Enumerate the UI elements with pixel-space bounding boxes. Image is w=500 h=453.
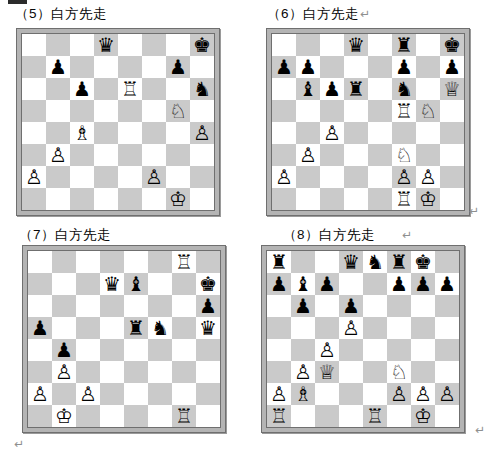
square-b8 (296, 34, 320, 56)
square-d4 (100, 339, 124, 361)
square-g3 (172, 361, 196, 383)
square-b5 (291, 317, 315, 339)
square-g4 (172, 339, 196, 361)
square-c7 (320, 56, 344, 78)
square-a7 (28, 273, 52, 295)
square-d8: ♛ (339, 251, 363, 273)
white-pawn: ♙ (390, 383, 408, 405)
square-g2 (172, 383, 196, 405)
square-d8 (100, 251, 124, 273)
square-c1 (76, 405, 100, 427)
square-b8 (52, 251, 76, 273)
square-h7: ♚ (196, 273, 220, 295)
square-d5 (100, 317, 124, 339)
black-queen: ♛ (342, 251, 360, 273)
square-f7: ♟ (392, 56, 416, 78)
square-e3 (363, 361, 387, 383)
square-g7: ♟ (411, 273, 435, 295)
square-g5: ♘ (416, 100, 440, 122)
black-knight: ♞ (193, 78, 211, 100)
square-f4 (148, 339, 172, 361)
clipped-content-bar (8, 0, 27, 4)
black-pawn: ♟ (438, 273, 456, 295)
square-c5 (320, 100, 344, 122)
black-queen: ♛ (347, 34, 365, 56)
square-f6 (387, 295, 411, 317)
square-a8 (28, 251, 52, 273)
square-e6 (363, 295, 387, 317)
black-bishop: ♝ (294, 273, 312, 295)
square-f1 (148, 405, 172, 427)
square-a1 (22, 188, 46, 210)
square-c7: ♟ (315, 273, 339, 295)
square-c2: ♙ (76, 383, 100, 405)
black-king: ♚ (443, 34, 461, 56)
square-a6 (28, 295, 52, 317)
square-a3 (28, 361, 52, 383)
square-g8 (166, 34, 190, 56)
black-pawn: ♟ (323, 78, 341, 100)
square-a7: ♟ (267, 273, 291, 295)
square-c2 (315, 383, 339, 405)
diagram-8-label: （8）白方先走 (283, 226, 375, 244)
black-pawn: ♟ (270, 273, 288, 295)
square-d2 (344, 166, 368, 188)
black-knight: ♞ (395, 78, 413, 100)
square-f2: ♙ (387, 383, 411, 405)
square-d1 (94, 188, 118, 210)
square-d3 (344, 144, 368, 166)
square-f8: ♜ (387, 251, 411, 273)
square-b6: ♟ (291, 295, 315, 317)
paragraph-mark: ↵ (402, 228, 412, 242)
square-d3 (339, 361, 363, 383)
black-rook: ♜ (347, 78, 365, 100)
square-d6 (94, 78, 118, 100)
square-a5 (272, 100, 296, 122)
black-knight: ♞ (366, 251, 384, 273)
square-h3 (196, 361, 220, 383)
square-f4 (387, 339, 411, 361)
white-knight: ♘ (419, 100, 437, 122)
square-c6 (76, 295, 100, 317)
square-b7: ♟ (296, 56, 320, 78)
square-e6 (368, 78, 392, 100)
black-pawn: ♟ (49, 56, 67, 78)
square-h4 (440, 122, 464, 144)
square-h2 (196, 383, 220, 405)
square-d8: ♛ (94, 34, 118, 56)
square-c7 (70, 56, 94, 78)
white-pawn: ♙ (193, 122, 211, 144)
paragraph-mark: ↵ (14, 437, 24, 451)
square-d7 (94, 56, 118, 78)
white-pawn: ♙ (145, 166, 163, 188)
square-d7: ♛ (100, 273, 124, 295)
square-e2 (368, 166, 392, 188)
square-h1 (435, 405, 459, 427)
white-pawn: ♙ (79, 383, 97, 405)
square-e4 (368, 122, 392, 144)
square-b2 (296, 166, 320, 188)
square-f3 (148, 361, 172, 383)
paragraph-mark: ↵ (360, 7, 370, 21)
square-f3: ♘ (392, 144, 416, 166)
square-a6 (22, 78, 46, 100)
square-d5 (94, 100, 118, 122)
square-e6 (124, 295, 148, 317)
square-h7: ♟ (440, 56, 464, 78)
square-d1 (344, 188, 368, 210)
square-e7 (363, 273, 387, 295)
square-b8 (291, 251, 315, 273)
square-c2 (320, 166, 344, 188)
square-b2: ♗ (291, 383, 315, 405)
white-pawn: ♙ (414, 383, 432, 405)
square-b1 (296, 188, 320, 210)
square-a4 (272, 122, 296, 144)
black-pawn: ♟ (55, 339, 73, 361)
white-rook: ♖ (366, 405, 384, 427)
square-h8: ♚ (440, 34, 464, 56)
square-g6 (172, 295, 196, 317)
square-e6: ♖ (118, 78, 142, 100)
square-g7: ♟ (166, 56, 190, 78)
diagram-7-label: （7）白方先走 (19, 226, 111, 244)
square-f6 (148, 295, 172, 317)
square-a1: ♖ (267, 405, 291, 427)
square-f8 (142, 34, 166, 56)
square-f2: ♙ (142, 166, 166, 188)
square-a3 (267, 361, 291, 383)
square-c4: ♗ (70, 122, 94, 144)
square-h6 (435, 295, 459, 317)
square-e8 (124, 251, 148, 273)
white-king: ♔ (419, 188, 437, 210)
square-a1 (28, 405, 52, 427)
square-f6 (142, 78, 166, 100)
black-pawn: ♟ (199, 295, 217, 317)
square-b3: ♙ (296, 144, 320, 166)
square-g5: ♘ (166, 100, 190, 122)
square-h5: ♛ (196, 317, 220, 339)
square-g6 (416, 78, 440, 100)
square-f2 (148, 383, 172, 405)
white-king: ♔ (169, 188, 187, 210)
square-h3 (440, 144, 464, 166)
square-c5 (315, 317, 339, 339)
paragraph-mark: ↵ (475, 423, 485, 437)
square-b1 (291, 405, 315, 427)
square-b4: ♟ (52, 339, 76, 361)
chess-board-6: ♛♜♚♟♟♟♟♝♟♜♞♕♖♘♙♙♘♙♙♙♖♔ (266, 28, 470, 216)
square-b1: ♔ (52, 405, 76, 427)
black-rook: ♜ (390, 251, 408, 273)
square-b8 (46, 34, 70, 56)
square-e1: ♖ (363, 405, 387, 427)
square-c7 (76, 273, 100, 295)
square-h5 (435, 317, 459, 339)
square-h7: ♟ (435, 273, 459, 295)
diagram-5-label: （5）白方先走 (15, 5, 107, 23)
square-c4 (76, 339, 100, 361)
square-d7 (344, 56, 368, 78)
white-pawn: ♙ (323, 122, 341, 144)
square-a2: ♙ (267, 383, 291, 405)
white-knight: ♘ (390, 361, 408, 383)
square-a7: ♟ (272, 56, 296, 78)
square-e2 (118, 166, 142, 188)
square-h3 (190, 144, 214, 166)
square-c2 (70, 166, 94, 188)
square-c4: ♙ (315, 339, 339, 361)
square-h6: ♞ (190, 78, 214, 100)
square-g5 (172, 317, 196, 339)
square-g3 (411, 361, 435, 383)
square-e5 (363, 317, 387, 339)
chess-board-5: ♛♚♟♟♟♖♞♘♗♙♙♙♙♔ (16, 28, 220, 216)
square-d5: ♙ (339, 317, 363, 339)
square-h6: ♟ (196, 295, 220, 317)
square-f5 (142, 100, 166, 122)
square-f3: ♘ (387, 361, 411, 383)
white-pawn: ♙ (25, 166, 43, 188)
square-h1 (440, 188, 464, 210)
square-g3 (416, 144, 440, 166)
square-f8 (148, 251, 172, 273)
square-g1: ♖ (172, 405, 196, 427)
square-c1 (320, 188, 344, 210)
square-g7 (416, 56, 440, 78)
square-f1 (387, 405, 411, 427)
black-pawn: ♟ (275, 56, 293, 78)
black-bishop: ♝ (299, 78, 317, 100)
square-c5 (76, 317, 100, 339)
square-e1 (368, 188, 392, 210)
black-pawn: ♟ (31, 317, 49, 339)
square-e4 (363, 339, 387, 361)
square-g4 (411, 339, 435, 361)
square-d1 (339, 405, 363, 427)
square-c1 (315, 405, 339, 427)
square-c1 (70, 188, 94, 210)
white-pawn: ♙ (395, 166, 413, 188)
square-b6: ♝ (296, 78, 320, 100)
square-c3: ♕ (315, 361, 339, 383)
square-h1 (196, 405, 220, 427)
square-h8 (196, 251, 220, 273)
square-b6 (46, 78, 70, 100)
square-g8: ♖ (172, 251, 196, 273)
square-g6 (411, 295, 435, 317)
square-a2: ♙ (272, 166, 296, 188)
square-a2: ♙ (28, 383, 52, 405)
square-d1 (100, 405, 124, 427)
square-h4 (196, 339, 220, 361)
square-f1 (142, 188, 166, 210)
white-rook: ♖ (395, 188, 413, 210)
square-g4 (416, 122, 440, 144)
square-b4 (46, 122, 70, 144)
square-a8 (272, 34, 296, 56)
square-e3 (124, 361, 148, 383)
chess-board-8: ♜♛♞♜♚♟♝♟♟♟♟♟♟♙♙♙♕♘♙♗♙♙♙♖♖♔ (261, 245, 465, 433)
square-e1 (124, 405, 148, 427)
square-e3 (118, 144, 142, 166)
square-e3 (368, 144, 392, 166)
square-f5: ♞ (148, 317, 172, 339)
square-d2 (100, 383, 124, 405)
square-b7: ♟ (46, 56, 70, 78)
square-d2 (94, 166, 118, 188)
white-pawn: ♙ (31, 383, 49, 405)
square-e1 (118, 188, 142, 210)
square-g1: ♔ (416, 188, 440, 210)
square-h8: ♚ (190, 34, 214, 56)
chess-board-8-grid: ♜♛♞♜♚♟♝♟♟♟♟♟♟♙♙♙♕♘♙♗♙♙♙♖♖♔ (266, 250, 460, 428)
black-rook: ♜ (395, 34, 413, 56)
square-c6: ♟ (320, 78, 344, 100)
square-a5: ♟ (28, 317, 52, 339)
square-a6 (267, 295, 291, 317)
white-pawn: ♙ (55, 361, 73, 383)
black-bishop: ♝ (127, 273, 145, 295)
square-g7 (172, 273, 196, 295)
square-a5 (267, 317, 291, 339)
square-c8 (70, 34, 94, 56)
square-h7 (190, 56, 214, 78)
square-h2: ♙ (435, 383, 459, 405)
square-b6 (52, 295, 76, 317)
black-king: ♚ (414, 251, 432, 273)
square-c8 (315, 251, 339, 273)
square-h5 (440, 100, 464, 122)
square-c3 (320, 144, 344, 166)
square-c6 (315, 295, 339, 317)
square-f5 (387, 317, 411, 339)
black-queen: ♛ (199, 317, 217, 339)
square-f7 (142, 56, 166, 78)
square-c8 (320, 34, 344, 56)
black-pawn: ♟ (299, 56, 317, 78)
square-a7 (22, 56, 46, 78)
square-h6: ♕ (440, 78, 464, 100)
square-b4 (291, 339, 315, 361)
square-f4 (392, 122, 416, 144)
diagram-6-label: （6）白方先走 (267, 5, 359, 23)
square-d2 (339, 383, 363, 405)
square-d6: ♜ (344, 78, 368, 100)
white-pawn: ♙ (318, 339, 336, 361)
square-c6: ♟ (70, 78, 94, 100)
square-e7 (118, 56, 142, 78)
square-d3 (94, 144, 118, 166)
square-g2 (166, 166, 190, 188)
white-king: ♔ (414, 405, 432, 427)
square-b3: ♙ (46, 144, 70, 166)
square-b5 (296, 100, 320, 122)
square-f7: ♟ (387, 273, 411, 295)
square-f6: ♞ (392, 78, 416, 100)
square-f3 (142, 144, 166, 166)
white-pawn: ♙ (438, 383, 456, 405)
square-g2: ♙ (411, 383, 435, 405)
black-pawn: ♟ (294, 295, 312, 317)
white-pawn: ♙ (419, 166, 437, 188)
white-knight: ♘ (395, 144, 413, 166)
white-pawn: ♙ (49, 144, 67, 166)
square-d7 (339, 273, 363, 295)
square-a3 (272, 144, 296, 166)
square-b5 (52, 317, 76, 339)
square-c3 (76, 361, 100, 383)
square-h4: ♙ (190, 122, 214, 144)
black-pawn: ♟ (73, 78, 91, 100)
square-d8: ♛ (344, 34, 368, 56)
square-g8: ♚ (411, 251, 435, 273)
white-pawn: ♙ (270, 383, 288, 405)
black-king: ♚ (193, 34, 211, 56)
white-rook: ♖ (121, 78, 139, 100)
square-d4 (344, 122, 368, 144)
square-g8 (416, 34, 440, 56)
chess-board-7-grid: ♖♛♝♚♟♟♜♞♛♟♙♙♙♔♖ (27, 250, 221, 428)
square-e4 (124, 339, 148, 361)
square-b2 (46, 166, 70, 188)
white-pawn: ♙ (275, 166, 293, 188)
black-rook: ♜ (127, 317, 145, 339)
paragraph-mark: ↵ (469, 204, 479, 218)
black-pawn: ♟ (169, 56, 187, 78)
square-a8: ♜ (267, 251, 291, 273)
square-b2 (52, 383, 76, 405)
square-e7 (368, 56, 392, 78)
square-h8 (435, 251, 459, 273)
square-b1 (46, 188, 70, 210)
square-b4 (296, 122, 320, 144)
white-rook: ♖ (175, 405, 193, 427)
square-f4 (142, 122, 166, 144)
square-e4 (118, 122, 142, 144)
square-g6 (166, 78, 190, 100)
black-king: ♚ (199, 273, 217, 295)
white-rook: ♖ (270, 405, 288, 427)
black-rook: ♜ (270, 251, 288, 273)
square-c3 (70, 144, 94, 166)
white-rook: ♖ (395, 100, 413, 122)
black-pawn: ♟ (395, 56, 413, 78)
square-b7 (52, 273, 76, 295)
square-b5 (46, 100, 70, 122)
square-c4: ♙ (320, 122, 344, 144)
square-a1 (272, 188, 296, 210)
square-a3 (22, 144, 46, 166)
square-g1: ♔ (166, 188, 190, 210)
square-a5 (22, 100, 46, 122)
square-g5 (411, 317, 435, 339)
square-b3: ♙ (291, 361, 315, 383)
square-f5: ♖ (392, 100, 416, 122)
white-bishop: ♗ (73, 122, 91, 144)
square-h4 (435, 339, 459, 361)
white-queen: ♕ (318, 361, 336, 383)
white-pawn: ♙ (299, 144, 317, 166)
square-h1 (190, 188, 214, 210)
square-d4 (339, 339, 363, 361)
square-b3: ♙ (52, 361, 76, 383)
square-a6 (272, 78, 296, 100)
square-d6 (100, 295, 124, 317)
